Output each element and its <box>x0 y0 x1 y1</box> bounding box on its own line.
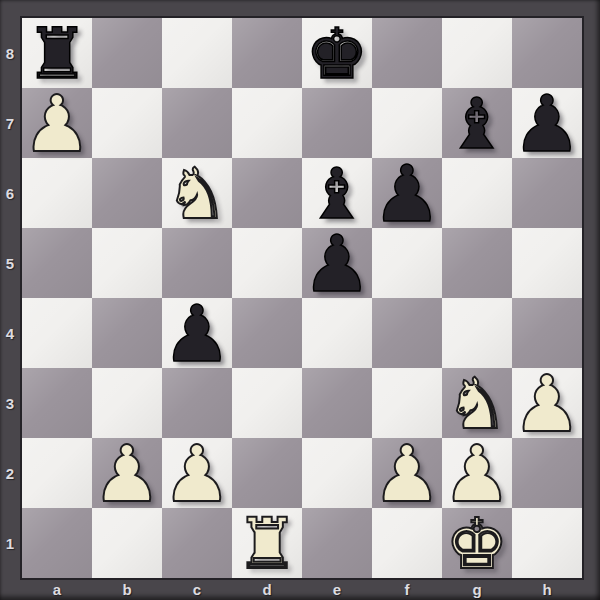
square-e6[interactable]: ♝ <box>302 158 372 228</box>
square-f3[interactable] <box>372 368 442 438</box>
square-f8[interactable] <box>372 18 442 88</box>
piece-white-knight[interactable]: ♞ <box>166 159 229 229</box>
piece-white-rook[interactable]: ♜ <box>236 509 299 579</box>
square-b2[interactable]: ♟ <box>92 438 162 508</box>
square-d6[interactable] <box>232 158 302 228</box>
square-h5[interactable] <box>512 228 582 298</box>
square-d4[interactable] <box>232 298 302 368</box>
file-label-f: f <box>372 578 442 600</box>
piece-white-pawn[interactable]: ♟ <box>512 369 582 439</box>
square-c6[interactable]: ♞ <box>162 158 232 228</box>
square-f4[interactable] <box>372 298 442 368</box>
square-g1[interactable]: ♚ <box>442 508 512 578</box>
square-g2[interactable]: ♟ <box>442 438 512 508</box>
square-e2[interactable] <box>302 438 372 508</box>
piece-black-bishop[interactable]: ♝ <box>446 89 509 159</box>
square-g8[interactable] <box>442 18 512 88</box>
square-e3[interactable] <box>302 368 372 438</box>
file-label-b: b <box>92 578 162 600</box>
rank-label-5: 5 <box>0 228 20 298</box>
square-d7[interactable] <box>232 88 302 158</box>
piece-white-king[interactable]: ♚ <box>446 509 509 579</box>
rank-label-2: 2 <box>0 438 20 508</box>
file-label-e: e <box>302 578 372 600</box>
chess-board-frame: 87654321 ♜♚♟♝♟♞♝♟♟♟♞♟♟♟♟♟♜♚ abcdefgh <box>0 0 600 600</box>
square-b8[interactable] <box>92 18 162 88</box>
square-c2[interactable]: ♟ <box>162 438 232 508</box>
square-b6[interactable] <box>92 158 162 228</box>
square-a4[interactable] <box>22 298 92 368</box>
square-h8[interactable] <box>512 18 582 88</box>
square-g3[interactable]: ♞ <box>442 368 512 438</box>
square-a8[interactable]: ♜ <box>22 18 92 88</box>
piece-white-pawn[interactable]: ♟ <box>442 439 512 509</box>
square-c5[interactable] <box>162 228 232 298</box>
square-f6[interactable]: ♟ <box>372 158 442 228</box>
rank-label-3: 3 <box>0 368 20 438</box>
square-d3[interactable] <box>232 368 302 438</box>
square-b5[interactable] <box>92 228 162 298</box>
square-h1[interactable] <box>512 508 582 578</box>
square-a7[interactable]: ♟ <box>22 88 92 158</box>
square-h7[interactable]: ♟ <box>512 88 582 158</box>
square-h4[interactable] <box>512 298 582 368</box>
square-a1[interactable] <box>22 508 92 578</box>
square-b4[interactable] <box>92 298 162 368</box>
square-d1[interactable]: ♜ <box>232 508 302 578</box>
square-c8[interactable] <box>162 18 232 88</box>
file-label-a: a <box>22 578 92 600</box>
square-d5[interactable] <box>232 228 302 298</box>
square-g7[interactable]: ♝ <box>442 88 512 158</box>
chess-board: ♜♚♟♝♟♞♝♟♟♟♞♟♟♟♟♟♜♚ <box>20 16 584 580</box>
file-label-c: c <box>162 578 232 600</box>
piece-black-pawn[interactable]: ♟ <box>162 299 232 369</box>
square-h3[interactable]: ♟ <box>512 368 582 438</box>
square-g6[interactable] <box>442 158 512 228</box>
rank-label-4: 4 <box>0 298 20 368</box>
piece-white-pawn[interactable]: ♟ <box>372 439 442 509</box>
square-f2[interactable]: ♟ <box>372 438 442 508</box>
square-b7[interactable] <box>92 88 162 158</box>
rank-label-6: 6 <box>0 158 20 228</box>
square-g5[interactable] <box>442 228 512 298</box>
rank-labels: 87654321 <box>0 18 20 578</box>
square-a5[interactable] <box>22 228 92 298</box>
square-e1[interactable] <box>302 508 372 578</box>
square-c7[interactable] <box>162 88 232 158</box>
square-f7[interactable] <box>372 88 442 158</box>
piece-white-pawn[interactable]: ♟ <box>92 439 162 509</box>
square-c4[interactable]: ♟ <box>162 298 232 368</box>
square-g4[interactable] <box>442 298 512 368</box>
square-a3[interactable] <box>22 368 92 438</box>
file-label-h: h <box>512 578 582 600</box>
piece-black-pawn[interactable]: ♟ <box>512 89 582 159</box>
piece-white-pawn[interactable]: ♟ <box>22 89 92 159</box>
square-e7[interactable] <box>302 88 372 158</box>
piece-black-pawn[interactable]: ♟ <box>302 229 372 299</box>
piece-white-pawn[interactable]: ♟ <box>162 439 232 509</box>
rank-label-7: 7 <box>0 88 20 158</box>
rank-label-1: 1 <box>0 508 20 578</box>
piece-black-pawn[interactable]: ♟ <box>372 159 442 229</box>
piece-black-king[interactable]: ♚ <box>306 19 369 89</box>
square-e8[interactable]: ♚ <box>302 18 372 88</box>
square-b3[interactable] <box>92 368 162 438</box>
square-a2[interactable] <box>22 438 92 508</box>
square-d8[interactable] <box>232 18 302 88</box>
square-e5[interactable]: ♟ <box>302 228 372 298</box>
square-d2[interactable] <box>232 438 302 508</box>
rank-label-8: 8 <box>0 18 20 88</box>
